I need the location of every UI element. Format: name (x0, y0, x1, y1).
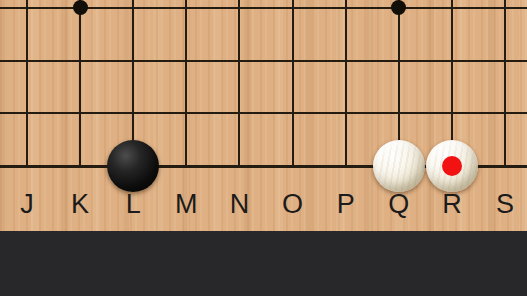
column-label-k: K (60, 188, 100, 220)
grid-line-vertical-m (185, 0, 187, 167)
column-label-n: N (219, 188, 259, 220)
stone-white-q1 (373, 140, 425, 192)
grid-line-vertical-n (238, 0, 240, 167)
go-board[interactable]: JKLMNOPQRS (0, 0, 527, 231)
grid-line-horizontal-row3 (0, 60, 527, 62)
column-label-m: M (166, 188, 206, 220)
stone-black-l1 (107, 140, 159, 192)
grid-line-vertical-p (345, 0, 347, 167)
column-label-l: L (113, 188, 153, 220)
column-label-o: O (273, 188, 313, 220)
grid-line-vertical-s (504, 0, 506, 167)
column-label-r: R (432, 188, 472, 220)
column-label-q: Q (379, 188, 419, 220)
go-app-window: JKLMNOPQRS (0, 0, 527, 296)
column-label-s: S (485, 188, 525, 220)
bottom-toolbar (0, 231, 527, 296)
grid-line-vertical-k (79, 0, 81, 167)
stone-white-r1 (426, 140, 478, 192)
last-move-marker (442, 156, 462, 176)
column-label-p: P (326, 188, 366, 220)
grid-line-vertical-o (292, 0, 294, 167)
grid-line-vertical-j (26, 0, 28, 167)
star-point-q4 (391, 0, 406, 15)
star-point-k4 (73, 0, 88, 15)
grid-line-horizontal-row2 (0, 112, 527, 114)
column-label-j: J (7, 188, 47, 220)
